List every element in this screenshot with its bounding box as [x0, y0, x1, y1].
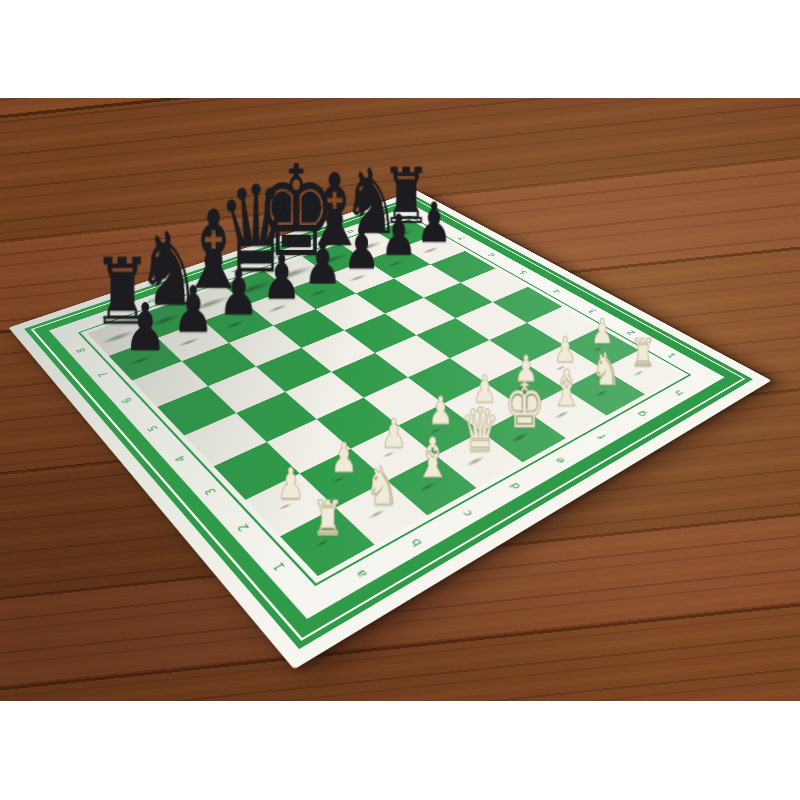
piece-white-bishop[interactable]: ♝: [414, 432, 450, 484]
scene: abcdefgh abcdefgh 87654321 87654321 ♜♞♝♛…: [0, 98, 800, 701]
piece-white-queen[interactable]: ♛: [460, 401, 499, 459]
piece-layer: ♜♞♝♛♚♝♞♜♟♟♟♟♟♟♟♟♟♟♟♟♟♟♟♟♜♞♝♛♚♝♞♜: [87, 219, 681, 576]
piece-white-pawn[interactable]: ♟: [330, 439, 356, 478]
piece-white-rook[interactable]: ♜: [630, 335, 655, 371]
piece-white-bishop[interactable]: ♝: [550, 365, 582, 413]
piece-white-pawn[interactable]: ♟: [380, 415, 405, 453]
vinyl-chessboard-mat: abcdefgh abcdefgh 87654321 87654321 ♜♞♝♛…: [9, 190, 772, 669]
piece-white-rook[interactable]: ♜: [311, 496, 342, 541]
piece-black-pawn[interactable]: ♟: [123, 296, 165, 359]
photo-area: abcdefgh abcdefgh 87654321 87654321 ♜♞♝♛…: [0, 98, 800, 701]
piece-white-pawn[interactable]: ♟: [276, 464, 303, 504]
piece-white-knight[interactable]: ♞: [591, 349, 620, 392]
piece-white-king[interactable]: ♚: [503, 375, 544, 435]
piece-white-pawn[interactable]: ♟: [427, 392, 452, 428]
piece-white-pawn[interactable]: ♟: [591, 315, 613, 347]
piece-white-knight[interactable]: ♞: [364, 462, 398, 512]
